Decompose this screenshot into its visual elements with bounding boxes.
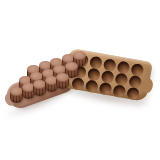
- praline-top-face: [65, 62, 78, 71]
- product-photo: [0, 0, 160, 160]
- chocolate-praline: [56, 73, 69, 89]
- praline-grid: [0, 0, 160, 160]
- praline-top-face: [56, 73, 69, 82]
- praline-top-face: [73, 51, 86, 60]
